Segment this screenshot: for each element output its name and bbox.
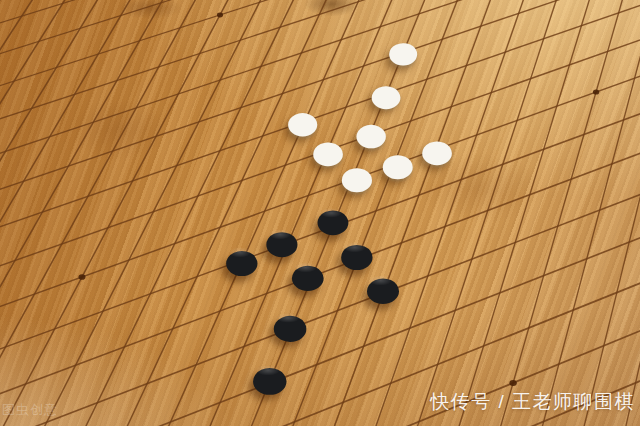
stone-black-M7[interactable]: ●: [357, 271, 410, 305]
stone-black-K6[interactable]: ●: [242, 360, 297, 395]
stone-white-K13[interactable]: ●: [380, 36, 426, 65]
go-board-photo: ●●●●●●●●●●●●●●●● 快传号 / 王老师聊围棋 图虫创意: [0, 0, 640, 426]
stones-layer: ●●●●●●●●●●●●●●●●: [0, 0, 640, 426]
watermark-bottom-left: 图虫创意: [2, 401, 58, 419]
watermark-bottom-right: 快传号 / 王老师聊围棋: [430, 389, 635, 415]
stone-black-K7[interactable]: ●: [264, 308, 317, 342]
stone-black-H9[interactable]: ●: [216, 243, 268, 276]
stone-black-K8[interactable]: ●: [282, 258, 334, 291]
